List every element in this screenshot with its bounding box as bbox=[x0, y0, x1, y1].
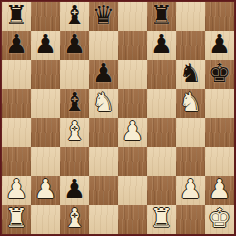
square-g7[interactable] bbox=[176, 31, 205, 60]
square-c1[interactable]: ♝ bbox=[60, 205, 89, 234]
square-f5[interactable] bbox=[147, 89, 176, 118]
square-f7[interactable]: ♟ bbox=[147, 31, 176, 60]
black-bishop[interactable]: ♝ bbox=[63, 2, 86, 30]
square-h3[interactable] bbox=[205, 147, 234, 176]
square-g5[interactable]: ♞ bbox=[176, 89, 205, 118]
square-e1[interactable] bbox=[118, 205, 147, 234]
white-pawn[interactable]: ♟ bbox=[5, 176, 28, 204]
square-f2[interactable] bbox=[147, 176, 176, 205]
square-f1[interactable]: ♜ bbox=[147, 205, 176, 234]
black-pawn[interactable]: ♟ bbox=[63, 31, 86, 59]
square-a1[interactable]: ♜ bbox=[2, 205, 31, 234]
square-d7[interactable] bbox=[89, 31, 118, 60]
square-e2[interactable] bbox=[118, 176, 147, 205]
square-h6[interactable]: ♚ bbox=[205, 60, 234, 89]
chess-board: ♜♝♛♜♟♟♟♟♟♟♞♚♝♞♞♝♟♟♟♟♟♟♜♝♜♚ bbox=[2, 2, 234, 234]
square-g1[interactable] bbox=[176, 205, 205, 234]
white-bishop[interactable]: ♝ bbox=[63, 118, 86, 146]
square-c3[interactable] bbox=[60, 147, 89, 176]
square-h8[interactable] bbox=[205, 2, 234, 31]
black-queen[interactable]: ♛ bbox=[92, 2, 115, 30]
black-rook[interactable]: ♜ bbox=[5, 2, 28, 30]
square-d2[interactable] bbox=[89, 176, 118, 205]
white-pawn[interactable]: ♟ bbox=[34, 176, 57, 204]
square-g4[interactable] bbox=[176, 118, 205, 147]
square-c7[interactable]: ♟ bbox=[60, 31, 89, 60]
black-bishop[interactable]: ♝ bbox=[63, 89, 86, 117]
black-pawn[interactable]: ♟ bbox=[208, 31, 231, 59]
white-knight[interactable]: ♞ bbox=[92, 89, 115, 117]
white-bishop[interactable]: ♝ bbox=[63, 205, 86, 233]
square-a6[interactable] bbox=[2, 60, 31, 89]
black-pawn[interactable]: ♟ bbox=[150, 31, 173, 59]
white-pawn[interactable]: ♟ bbox=[121, 118, 144, 146]
square-h4[interactable] bbox=[205, 118, 234, 147]
square-g2[interactable]: ♟ bbox=[176, 176, 205, 205]
square-h1[interactable]: ♚ bbox=[205, 205, 234, 234]
black-pawn[interactable]: ♟ bbox=[92, 60, 115, 88]
black-pawn[interactable]: ♟ bbox=[5, 31, 28, 59]
square-e6[interactable] bbox=[118, 60, 147, 89]
white-king[interactable]: ♚ bbox=[208, 205, 231, 233]
square-f4[interactable] bbox=[147, 118, 176, 147]
square-a4[interactable] bbox=[2, 118, 31, 147]
square-d4[interactable] bbox=[89, 118, 118, 147]
square-b6[interactable] bbox=[31, 60, 60, 89]
square-a3[interactable] bbox=[2, 147, 31, 176]
black-king[interactable]: ♚ bbox=[208, 60, 231, 88]
square-c6[interactable] bbox=[60, 60, 89, 89]
square-b8[interactable] bbox=[31, 2, 60, 31]
square-a2[interactable]: ♟ bbox=[2, 176, 31, 205]
square-b1[interactable] bbox=[31, 205, 60, 234]
square-f8[interactable]: ♜ bbox=[147, 2, 176, 31]
square-c2[interactable]: ♟ bbox=[60, 176, 89, 205]
square-d1[interactable] bbox=[89, 205, 118, 234]
square-h2[interactable]: ♟ bbox=[205, 176, 234, 205]
square-b2[interactable]: ♟ bbox=[31, 176, 60, 205]
square-f3[interactable] bbox=[147, 147, 176, 176]
white-knight[interactable]: ♞ bbox=[179, 89, 202, 117]
white-rook[interactable]: ♜ bbox=[150, 205, 173, 233]
black-knight[interactable]: ♞ bbox=[179, 60, 202, 88]
square-c5[interactable]: ♝ bbox=[60, 89, 89, 118]
square-h7[interactable]: ♟ bbox=[205, 31, 234, 60]
square-d3[interactable] bbox=[89, 147, 118, 176]
square-h5[interactable] bbox=[205, 89, 234, 118]
square-e5[interactable] bbox=[118, 89, 147, 118]
square-g8[interactable] bbox=[176, 2, 205, 31]
square-a7[interactable]: ♟ bbox=[2, 31, 31, 60]
square-b3[interactable] bbox=[31, 147, 60, 176]
square-e3[interactable] bbox=[118, 147, 147, 176]
square-c4[interactable]: ♝ bbox=[60, 118, 89, 147]
black-rook[interactable]: ♜ bbox=[150, 2, 173, 30]
square-e4[interactable]: ♟ bbox=[118, 118, 147, 147]
square-a5[interactable] bbox=[2, 89, 31, 118]
square-e7[interactable] bbox=[118, 31, 147, 60]
white-pawn[interactable]: ♟ bbox=[179, 176, 202, 204]
square-f6[interactable] bbox=[147, 60, 176, 89]
black-pawn[interactable]: ♟ bbox=[34, 31, 57, 59]
square-b7[interactable]: ♟ bbox=[31, 31, 60, 60]
black-pawn[interactable]: ♟ bbox=[63, 176, 86, 204]
white-rook[interactable]: ♜ bbox=[5, 205, 28, 233]
square-c8[interactable]: ♝ bbox=[60, 2, 89, 31]
square-d8[interactable]: ♛ bbox=[89, 2, 118, 31]
square-g3[interactable] bbox=[176, 147, 205, 176]
square-e8[interactable] bbox=[118, 2, 147, 31]
board-frame: ♜♝♛♜♟♟♟♟♟♟♞♚♝♞♞♝♟♟♟♟♟♟♜♝♜♚ bbox=[0, 0, 236, 236]
square-a8[interactable]: ♜ bbox=[2, 2, 31, 31]
square-b5[interactable] bbox=[31, 89, 60, 118]
square-g6[interactable]: ♞ bbox=[176, 60, 205, 89]
white-pawn[interactable]: ♟ bbox=[208, 176, 231, 204]
square-b4[interactable] bbox=[31, 118, 60, 147]
square-d6[interactable]: ♟ bbox=[89, 60, 118, 89]
square-d5[interactable]: ♞ bbox=[89, 89, 118, 118]
